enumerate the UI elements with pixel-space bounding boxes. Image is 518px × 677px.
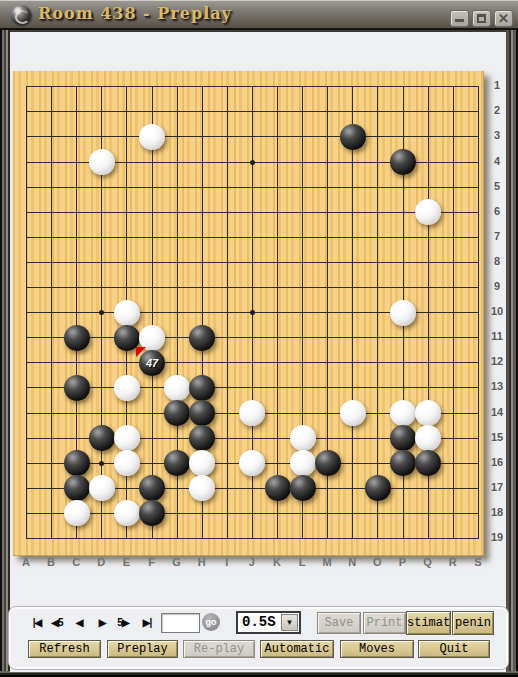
stone-E13[interactable] <box>114 375 140 401</box>
stone-F3[interactable] <box>139 124 165 150</box>
nav-forward-5-button[interactable]: 5▶ <box>114 615 132 631</box>
stone-C11[interactable] <box>64 325 90 351</box>
grid-line-h <box>26 337 479 338</box>
moves-button[interactable]: Moves <box>340 640 414 658</box>
star-point <box>250 160 255 165</box>
close-button[interactable]: ✕ <box>494 10 513 27</box>
replay-button[interactable]: Re-play <box>183 640 255 658</box>
window-frame-left <box>0 30 10 672</box>
stone-Q16[interactable] <box>415 450 441 476</box>
stone-K17[interactable] <box>265 475 291 501</box>
stone-C13[interactable] <box>64 375 90 401</box>
grid-line-v <box>352 86 353 539</box>
column-label-P: P <box>395 556 411 568</box>
row-label-8: 8 <box>489 255 505 267</box>
stone-H15[interactable] <box>189 425 215 451</box>
stone-D17[interactable] <box>89 475 115 501</box>
dropdown-arrow-icon[interactable]: ▼ <box>281 614 298 631</box>
column-label-A: A <box>18 556 34 568</box>
grid-line-h <box>26 362 479 363</box>
stone-E18[interactable] <box>114 500 140 526</box>
grid-line-h <box>26 387 479 388</box>
column-label-Q: Q <box>420 556 436 568</box>
move-number-input[interactable] <box>161 613 200 633</box>
row-label-16: 16 <box>489 456 505 468</box>
row-label-9: 9 <box>489 280 505 292</box>
stone-Q6[interactable] <box>415 199 441 225</box>
maximize-icon <box>477 14 486 23</box>
go-button[interactable]: go <box>202 613 220 631</box>
quit-button[interactable]: Quit <box>418 640 490 658</box>
column-label-H: H <box>194 556 210 568</box>
close-icon: ✕ <box>495 11 512 26</box>
column-label-M: M <box>319 556 335 568</box>
row-label-7: 7 <box>489 230 505 242</box>
row-label-15: 15 <box>489 431 505 443</box>
column-label-N: N <box>344 556 360 568</box>
grid-line-v <box>478 86 479 539</box>
stone-P10[interactable] <box>390 300 416 326</box>
stone-P15[interactable] <box>390 425 416 451</box>
go-board[interactable]: 47 <box>13 71 484 556</box>
column-label-D: D <box>93 556 109 568</box>
stone-H17[interactable] <box>189 475 215 501</box>
column-label-R: R <box>445 556 461 568</box>
estimate-button[interactable]: stimat <box>406 611 451 635</box>
star-point <box>99 310 104 315</box>
grid-line-h <box>26 538 479 539</box>
stone-G13[interactable] <box>164 375 190 401</box>
column-label-L: L <box>294 556 310 568</box>
stone-M16[interactable] <box>315 450 341 476</box>
preplay-button[interactable]: Preplay <box>107 640 178 658</box>
column-label-B: B <box>43 556 59 568</box>
stone-E15[interactable] <box>114 425 140 451</box>
row-label-2: 2 <box>489 104 505 116</box>
row-label-5: 5 <box>489 180 505 192</box>
stone-F12[interactable]: 47 <box>139 350 165 376</box>
row-label-3: 3 <box>489 129 505 141</box>
delay-dropdown[interactable]: 0.5S ▼ <box>236 611 301 634</box>
grid-line-h <box>26 513 479 514</box>
star-point <box>99 461 104 466</box>
nav-last-button[interactable]: ▶| <box>138 615 156 631</box>
delay-value: 0.5S <box>242 614 276 630</box>
stone-Q15[interactable] <box>415 425 441 451</box>
app-icon <box>11 5 31 25</box>
stone-C16[interactable] <box>64 450 90 476</box>
row-label-12: 12 <box>489 355 505 367</box>
stone-Q14[interactable] <box>415 400 441 426</box>
row-label-6: 6 <box>489 205 505 217</box>
column-label-K: K <box>269 556 285 568</box>
stone-E10[interactable] <box>114 300 140 326</box>
window-title: Room 438 - Preplay <box>38 4 232 23</box>
column-label-G: G <box>169 556 185 568</box>
stone-N14[interactable] <box>340 400 366 426</box>
stone-H14[interactable] <box>189 400 215 426</box>
stone-L16[interactable] <box>290 450 316 476</box>
column-label-I: I <box>219 556 235 568</box>
column-label-S: S <box>470 556 486 568</box>
row-label-18: 18 <box>489 506 505 518</box>
stone-L15[interactable] <box>290 425 316 451</box>
automatic-button[interactable]: Automatic <box>260 640 334 658</box>
maximize-button[interactable] <box>472 10 491 27</box>
row-label-14: 14 <box>489 406 505 418</box>
stone-H11[interactable] <box>189 325 215 351</box>
minimize-icon <box>455 14 464 22</box>
app-window: Room 438 - Preplay ✕ 47 ABCDEFGHIJKLMNOP… <box>0 0 518 677</box>
stone-E16[interactable] <box>114 450 140 476</box>
window-frame-right <box>506 30 518 672</box>
stone-D4[interactable] <box>89 149 115 175</box>
stone-F17[interactable] <box>139 475 165 501</box>
nav-first-button[interactable]: |◀ <box>28 615 46 631</box>
row-label-17: 17 <box>489 481 505 493</box>
column-label-O: O <box>369 556 385 568</box>
nav-back-1-button[interactable]: ◀ <box>72 615 86 631</box>
stone-J14[interactable] <box>239 400 265 426</box>
nav-back-5-button[interactable]: ◀5 <box>48 615 66 631</box>
save-button[interactable]: Save <box>317 612 361 634</box>
stone-P16[interactable] <box>390 450 416 476</box>
row-label-4: 4 <box>489 155 505 167</box>
minimize-button[interactable] <box>450 10 469 27</box>
title-bar[interactable]: Room 438 - Preplay ✕ <box>0 0 518 30</box>
stone-O17[interactable] <box>365 475 391 501</box>
stone-P4[interactable] <box>390 149 416 175</box>
row-label-19: 19 <box>489 531 505 543</box>
stone-D15[interactable] <box>89 425 115 451</box>
stone-H16[interactable] <box>189 450 215 476</box>
refresh-button[interactable]: Refresh <box>28 640 101 658</box>
grid-line-v <box>277 86 278 539</box>
stone-J16[interactable] <box>239 450 265 476</box>
column-label-F: F <box>144 556 160 568</box>
stone-P14[interactable] <box>390 400 416 426</box>
row-label-1: 1 <box>489 79 505 91</box>
grid-line-v <box>453 86 454 539</box>
stone-F18[interactable] <box>139 500 165 526</box>
star-point <box>250 310 255 315</box>
row-label-13: 13 <box>489 380 505 392</box>
stone-C18[interactable] <box>64 500 90 526</box>
titlebar-highlight <box>0 0 518 1</box>
grid-line-v <box>377 86 378 539</box>
row-label-10: 10 <box>489 305 505 317</box>
stone-C17[interactable] <box>64 475 90 501</box>
print-button[interactable]: Print <box>363 612 406 634</box>
column-label-J: J <box>244 556 260 568</box>
stone-G14[interactable] <box>164 400 190 426</box>
opening-button[interactable]: penin <box>452 611 494 635</box>
column-label-C: C <box>68 556 84 568</box>
column-label-E: E <box>118 556 134 568</box>
last-move-marker-icon <box>136 347 146 357</box>
stone-L17[interactable] <box>290 475 316 501</box>
stone-N3[interactable] <box>340 124 366 150</box>
row-label-11: 11 <box>489 330 505 342</box>
stone-H13[interactable] <box>189 375 215 401</box>
nav-forward-1-button[interactable]: ▶ <box>95 615 109 631</box>
stone-G16[interactable] <box>164 450 190 476</box>
